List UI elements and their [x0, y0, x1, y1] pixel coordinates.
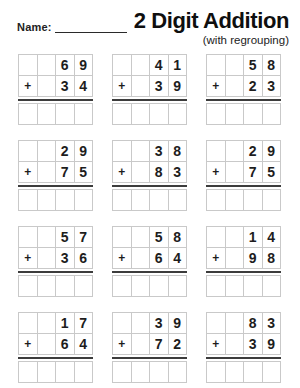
- sum-line: [206, 357, 281, 359]
- plus-operator: +: [19, 248, 37, 268]
- answer-row: [206, 275, 281, 297]
- addend-bottom-ones: 4: [75, 76, 93, 96]
- answer-cell[interactable]: [38, 276, 56, 296]
- addend-top-tens: 1: [244, 227, 262, 247]
- problem: 14+98: [206, 226, 281, 297]
- empty-cell: [132, 248, 150, 268]
- addend-top-tens: 2: [56, 141, 74, 161]
- empty-cell: [38, 227, 56, 247]
- answer-cell[interactable]: [132, 190, 150, 210]
- answer-cell[interactable]: [169, 362, 187, 382]
- answer-cell[interactable]: [226, 104, 244, 124]
- answer-cell[interactable]: [19, 362, 37, 382]
- addend-bottom-ones: 6: [75, 248, 93, 268]
- problem: 58+23: [206, 54, 281, 125]
- answer-cell[interactable]: [132, 362, 150, 382]
- addend-top-ones: 4: [263, 227, 281, 247]
- answer-cell[interactable]: [75, 104, 93, 124]
- empty-cell: [132, 55, 150, 75]
- answer-cell[interactable]: [263, 104, 281, 124]
- empty-cell: [226, 76, 244, 96]
- answer-row: [18, 361, 93, 383]
- addend-bottom-ones: 9: [263, 334, 281, 354]
- plus-operator: +: [207, 334, 225, 354]
- answer-cell[interactable]: [56, 276, 74, 296]
- answer-cell[interactable]: [244, 104, 262, 124]
- answer-cell[interactable]: [75, 362, 93, 382]
- empty-cell: [38, 248, 56, 268]
- addend-top-tens: 1: [56, 313, 74, 333]
- answer-cell[interactable]: [132, 276, 150, 296]
- problem: 83+39: [206, 312, 281, 383]
- problem: 57+36: [18, 226, 93, 297]
- answer-cell[interactable]: [226, 276, 244, 296]
- empty-cell: [207, 313, 225, 333]
- empty-cell: [113, 55, 131, 75]
- addends-grid: 41+39: [112, 54, 187, 97]
- sum-line: [206, 185, 281, 187]
- answer-cell[interactable]: [207, 104, 225, 124]
- addend-top-ones: 8: [169, 227, 187, 247]
- addends-grid: 69+34: [18, 54, 93, 97]
- problem: 17+64: [18, 312, 93, 383]
- problem: 58+64: [112, 226, 187, 297]
- addend-bottom-ones: 5: [75, 162, 93, 182]
- empty-cell: [226, 55, 244, 75]
- title-group: 2 Digit Addition (with regrouping): [134, 10, 289, 46]
- addends-grid: 29+75: [206, 140, 281, 183]
- addends-grid: 83+39: [206, 312, 281, 355]
- addend-top-tens: 5: [244, 55, 262, 75]
- sum-line: [18, 99, 93, 101]
- answer-row: [18, 275, 93, 297]
- empty-cell: [226, 334, 244, 354]
- answer-cell[interactable]: [207, 190, 225, 210]
- answer-row: [18, 189, 93, 211]
- addends-grid: 57+36: [18, 226, 93, 269]
- addend-bottom-ones: 4: [75, 334, 93, 354]
- addends-grid: 58+23: [206, 54, 281, 97]
- sum-line: [18, 185, 93, 187]
- plus-operator: +: [113, 334, 131, 354]
- empty-cell: [38, 334, 56, 354]
- empty-cell: [132, 76, 150, 96]
- empty-cell: [132, 334, 150, 354]
- problems-grid: 69+3441+3958+2329+7538+8329+7557+3658+64…: [18, 54, 300, 383]
- name-input-line[interactable]: [55, 22, 127, 33]
- empty-cell: [38, 76, 56, 96]
- addend-top-tens: 2: [244, 141, 262, 161]
- answer-row: [112, 361, 187, 383]
- answer-cell[interactable]: [207, 276, 225, 296]
- addend-bottom-ones: 8: [263, 248, 281, 268]
- sum-line: [112, 357, 187, 359]
- empty-cell: [132, 141, 150, 161]
- addend-top-ones: 3: [263, 313, 281, 333]
- addend-top-tens: 8: [244, 313, 262, 333]
- sum-line: [112, 99, 187, 101]
- answer-cell[interactable]: [56, 362, 74, 382]
- answer-row: [206, 361, 281, 383]
- answer-cell[interactable]: [56, 104, 74, 124]
- sum-line: [112, 185, 187, 187]
- answer-cell[interactable]: [113, 190, 131, 210]
- addend-bottom-ones: 9: [169, 76, 187, 96]
- plus-operator: +: [19, 76, 37, 96]
- empty-cell: [207, 141, 225, 161]
- addends-grid: 38+83: [112, 140, 187, 183]
- answer-cell[interactable]: [150, 190, 168, 210]
- addends-grid: 58+64: [112, 226, 187, 269]
- answer-cell[interactable]: [19, 104, 37, 124]
- addend-bottom-ones: 5: [263, 162, 281, 182]
- plus-operator: +: [207, 162, 225, 182]
- answer-cell[interactable]: [263, 190, 281, 210]
- addend-bottom-tens: 3: [150, 76, 168, 96]
- addend-bottom-tens: 7: [244, 162, 262, 182]
- answer-cell[interactable]: [169, 276, 187, 296]
- plus-operator: +: [19, 334, 37, 354]
- empty-cell: [132, 227, 150, 247]
- answer-cell[interactable]: [113, 276, 131, 296]
- empty-cell: [19, 141, 37, 161]
- empty-cell: [38, 141, 56, 161]
- answer-cell[interactable]: [263, 362, 281, 382]
- empty-cell: [38, 162, 56, 182]
- addend-bottom-tens: 7: [150, 334, 168, 354]
- answer-cell[interactable]: [75, 190, 93, 210]
- addends-grid: 17+64: [18, 312, 93, 355]
- empty-cell: [226, 313, 244, 333]
- name-field-group: Name:: [17, 21, 127, 33]
- addend-top-ones: 1: [169, 55, 187, 75]
- addend-top-ones: 9: [75, 55, 93, 75]
- answer-cell[interactable]: [244, 276, 262, 296]
- plus-operator: +: [19, 162, 37, 182]
- answer-cell[interactable]: [207, 362, 225, 382]
- addend-top-ones: 7: [75, 227, 93, 247]
- answer-cell[interactable]: [19, 190, 37, 210]
- sum-line: [206, 271, 281, 273]
- addend-top-ones: 9: [169, 313, 187, 333]
- empty-cell: [113, 313, 131, 333]
- answer-cell[interactable]: [19, 276, 37, 296]
- answer-cell[interactable]: [150, 362, 168, 382]
- empty-cell: [113, 227, 131, 247]
- addend-top-tens: 3: [150, 313, 168, 333]
- answer-cell[interactable]: [263, 276, 281, 296]
- addend-top-ones: 7: [75, 313, 93, 333]
- sum-line: [18, 271, 93, 273]
- answer-row: [112, 189, 187, 211]
- addend-bottom-ones: 3: [169, 162, 187, 182]
- empty-cell: [226, 227, 244, 247]
- sum-line: [18, 357, 93, 359]
- empty-cell: [132, 313, 150, 333]
- addend-bottom-tens: 7: [56, 162, 74, 182]
- empty-cell: [38, 55, 56, 75]
- addend-bottom-tens: 9: [244, 248, 262, 268]
- addend-bottom-tens: 6: [150, 248, 168, 268]
- answer-cell[interactable]: [113, 362, 131, 382]
- worksheet-header: Name: 2 Digit Addition (with regrouping): [0, 0, 300, 46]
- empty-cell: [207, 227, 225, 247]
- addends-grid: 29+75: [18, 140, 93, 183]
- answer-cell[interactable]: [132, 104, 150, 124]
- plus-operator: +: [113, 162, 131, 182]
- answer-cell[interactable]: [38, 190, 56, 210]
- addend-bottom-tens: 6: [56, 334, 74, 354]
- addend-bottom-ones: 3: [263, 76, 281, 96]
- answer-cell[interactable]: [56, 190, 74, 210]
- empty-cell: [19, 227, 37, 247]
- empty-cell: [132, 162, 150, 182]
- answer-cell[interactable]: [244, 362, 262, 382]
- answer-cell[interactable]: [113, 104, 131, 124]
- answer-cell[interactable]: [226, 362, 244, 382]
- answer-row: [18, 103, 93, 125]
- plus-operator: +: [207, 76, 225, 96]
- empty-cell: [226, 248, 244, 268]
- empty-cell: [19, 55, 37, 75]
- answer-row: [206, 103, 281, 125]
- addend-top-tens: 6: [56, 55, 74, 75]
- page-subtitle: (with regrouping): [134, 34, 289, 46]
- plus-operator: +: [113, 248, 131, 268]
- addend-top-tens: 3: [150, 141, 168, 161]
- addend-bottom-ones: 4: [169, 248, 187, 268]
- answer-row: [112, 275, 187, 297]
- addend-top-ones: 9: [75, 141, 93, 161]
- addends-grid: 14+98: [206, 226, 281, 269]
- sum-line: [112, 271, 187, 273]
- addend-bottom-tens: 3: [244, 334, 262, 354]
- answer-cell[interactable]: [38, 104, 56, 124]
- addend-bottom-tens: 8: [150, 162, 168, 182]
- empty-cell: [113, 141, 131, 161]
- answer-cell[interactable]: [244, 190, 262, 210]
- answer-cell[interactable]: [150, 104, 168, 124]
- problem: 39+72: [112, 312, 187, 383]
- addend-bottom-tens: 3: [56, 76, 74, 96]
- empty-cell: [207, 55, 225, 75]
- addends-grid: 39+72: [112, 312, 187, 355]
- empty-cell: [226, 162, 244, 182]
- sum-line: [206, 99, 281, 101]
- empty-cell: [226, 141, 244, 161]
- addend-top-tens: 5: [150, 227, 168, 247]
- empty-cell: [38, 313, 56, 333]
- problem: 29+75: [206, 140, 281, 211]
- addend-top-ones: 8: [263, 55, 281, 75]
- addend-bottom-tens: 3: [56, 248, 74, 268]
- problem: 69+34: [18, 54, 93, 125]
- addend-bottom-tens: 2: [244, 76, 262, 96]
- problem: 41+39: [112, 54, 187, 125]
- addend-top-tens: 5: [56, 227, 74, 247]
- answer-cell[interactable]: [38, 362, 56, 382]
- answer-cell[interactable]: [226, 190, 244, 210]
- answer-cell[interactable]: [169, 104, 187, 124]
- answer-cell[interactable]: [75, 276, 93, 296]
- empty-cell: [19, 313, 37, 333]
- addend-top-ones: 9: [263, 141, 281, 161]
- problem: 38+83: [112, 140, 187, 211]
- plus-operator: +: [207, 248, 225, 268]
- answer-row: [112, 103, 187, 125]
- name-label: Name:: [17, 21, 52, 33]
- page-title: 2 Digit Addition: [134, 10, 289, 32]
- problem: 29+75: [18, 140, 93, 211]
- addend-top-tens: 4: [150, 55, 168, 75]
- addend-bottom-ones: 2: [169, 334, 187, 354]
- answer-cell[interactable]: [169, 190, 187, 210]
- answer-cell[interactable]: [150, 276, 168, 296]
- worksheet-page: Name: 2 Digit Addition (with regrouping)…: [0, 0, 300, 388]
- plus-operator: +: [113, 76, 131, 96]
- answer-row: [206, 189, 281, 211]
- addend-top-ones: 8: [169, 141, 187, 161]
